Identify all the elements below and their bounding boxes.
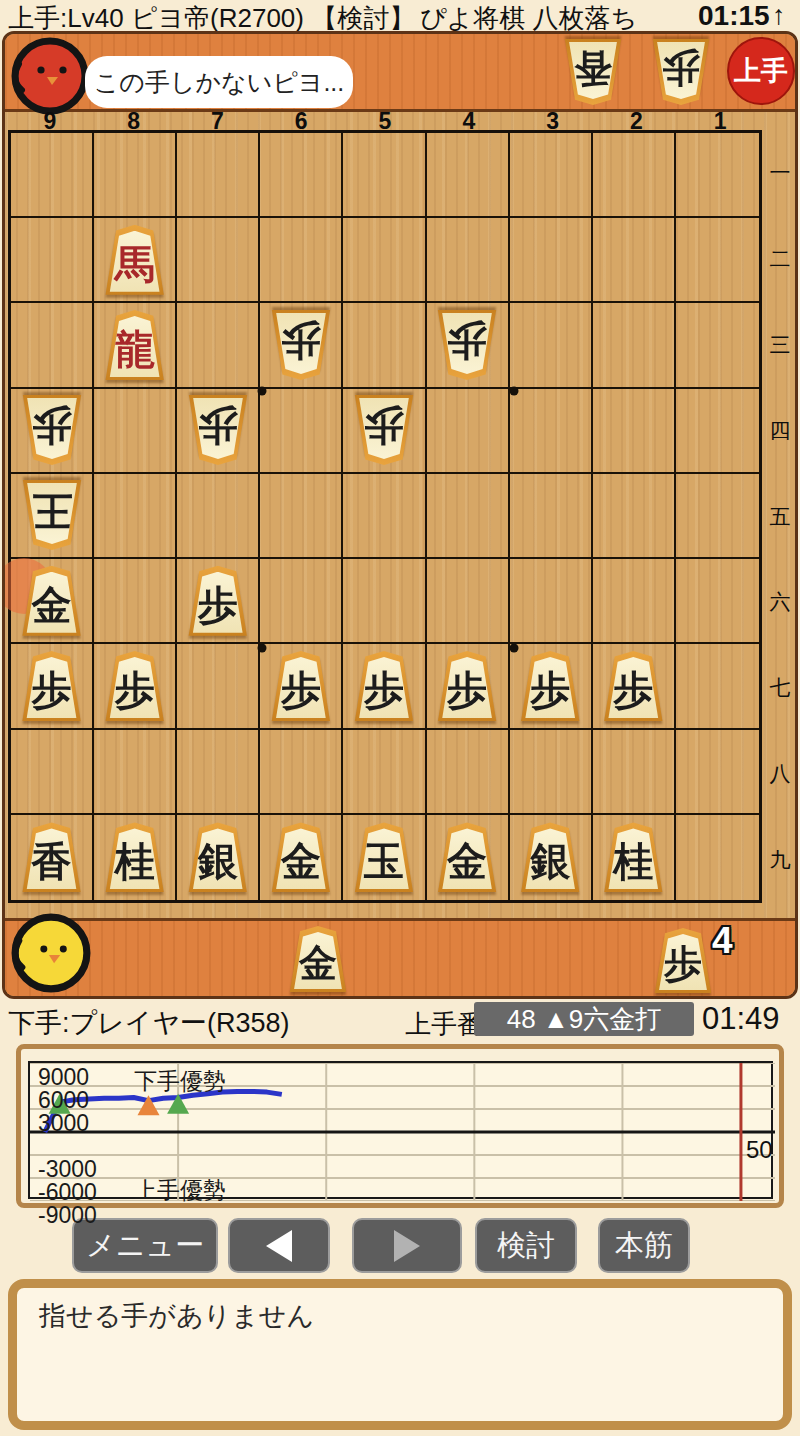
- square-13[interactable]: [676, 303, 759, 388]
- square-91[interactable]: [11, 133, 94, 218]
- square-86[interactable]: [94, 559, 177, 644]
- game-board-frame: 上手 この手しかないピヨ... 香 歩 987654321 一二三四五六七八九 …: [2, 31, 798, 999]
- left-arrow-icon: [266, 1230, 292, 1262]
- square-97[interactable]: 歩: [11, 644, 94, 729]
- lower-player-avatar[interactable]: [10, 912, 92, 994]
- piece-sente-金-49[interactable]: 金: [436, 822, 498, 892]
- square-92[interactable]: [11, 218, 94, 303]
- square-74[interactable]: 歩: [177, 389, 260, 474]
- last-move-box[interactable]: 48 ▲9六金打: [474, 1002, 694, 1036]
- eval-graph-frame: 下手優勢 上手優勢 50 900060003000-3000-6000-9000: [16, 1044, 784, 1208]
- piece-gote-王-95[interactable]: 王: [21, 480, 83, 550]
- rank-label-5: 五: [763, 474, 797, 560]
- file-label-3: 3: [511, 108, 595, 132]
- square-36[interactable]: [510, 559, 593, 644]
- file-label-8: 8: [92, 108, 176, 132]
- square-22[interactable]: [593, 218, 676, 303]
- upper-player-badge: 上手: [727, 37, 795, 105]
- square-89[interactable]: 桂: [94, 815, 177, 900]
- piece-glyph: 馬: [115, 245, 155, 292]
- piece-sente-銀-79[interactable]: 銀: [187, 822, 249, 892]
- square-71[interactable]: [177, 133, 260, 218]
- square-23[interactable]: [593, 303, 676, 388]
- lower-clock: 01:49: [702, 1001, 780, 1037]
- eval-graph-plot[interactable]: 下手優勢 上手優勢 50 900060003000-3000-6000-9000: [28, 1061, 773, 1199]
- square-43[interactable]: 歩: [427, 303, 510, 388]
- piece-glyph: 玉: [364, 842, 404, 889]
- piece-sente-金-69[interactable]: 金: [270, 822, 332, 892]
- mainline-button[interactable]: 本筋: [598, 1218, 690, 1273]
- piece-sente-歩-67[interactable]: 歩: [270, 651, 332, 721]
- piece-glyph: 歩: [281, 671, 321, 718]
- square-21[interactable]: [593, 133, 676, 218]
- square-52[interactable]: [343, 218, 426, 303]
- piece-gote-歩-63[interactable]: 歩: [270, 310, 332, 380]
- piece-glyph: 歩: [364, 671, 404, 718]
- piece-glyph: 龍: [115, 330, 155, 377]
- player-info: 下手:プレイヤー(R358): [8, 1005, 290, 1041]
- lower-hand-piece-pawn[interactable]: 歩: [653, 928, 713, 993]
- piece-glyph: 金: [281, 842, 321, 889]
- star-point: [509, 644, 518, 653]
- piece-sente-歩-97[interactable]: 歩: [21, 651, 83, 721]
- piece-glyph: 歩: [364, 398, 404, 445]
- header-bar: 上手:Lv40 ピヨ帝(R2700) 【検討】 ぴよ将棋 八枚落ち 01:15 …: [0, 0, 800, 31]
- square-54[interactable]: 歩: [343, 389, 426, 474]
- y-tick-3000: 3000: [38, 1110, 89, 1137]
- square-56[interactable]: [343, 559, 426, 644]
- square-72[interactable]: [177, 218, 260, 303]
- square-44[interactable]: [427, 389, 510, 474]
- square-17[interactable]: [676, 644, 759, 729]
- square-62[interactable]: [260, 218, 343, 303]
- square-65[interactable]: [260, 474, 343, 559]
- star-point: [258, 386, 267, 395]
- square-95[interactable]: 王: [11, 474, 94, 559]
- y-tick--9000: -9000: [38, 1202, 97, 1229]
- piece-glyph: 歩: [32, 398, 72, 445]
- piece-glyph: 歩: [447, 671, 487, 718]
- square-68[interactable]: [260, 730, 343, 815]
- file-label-7: 7: [176, 108, 260, 132]
- upper-hand-piece-pawn[interactable]: 歩: [651, 39, 711, 105]
- square-45[interactable]: [427, 474, 510, 559]
- square-87[interactable]: 歩: [94, 644, 177, 729]
- square-24[interactable]: [593, 389, 676, 474]
- lower-hand-piece-gold[interactable]: 金: [288, 926, 348, 992]
- square-84[interactable]: [94, 389, 177, 474]
- piece-glyph: 歩: [198, 586, 238, 633]
- square-66[interactable]: [260, 559, 343, 644]
- square-33[interactable]: [510, 303, 593, 388]
- square-26[interactable]: [593, 559, 676, 644]
- square-81[interactable]: [94, 133, 177, 218]
- square-46[interactable]: [427, 559, 510, 644]
- square-67[interactable]: 歩: [260, 644, 343, 729]
- piece-sente-銀-39[interactable]: 銀: [519, 822, 581, 892]
- square-57[interactable]: 歩: [343, 644, 426, 729]
- shogi-board: 馬龍歩歩歩歩歩王金歩歩歩歩歩歩歩歩香桂銀金玉金銀桂: [8, 130, 762, 903]
- piece-glyph: 香: [574, 42, 612, 87]
- rank-label-1: 一: [763, 130, 797, 216]
- square-82[interactable]: 馬: [94, 218, 177, 303]
- square-76[interactable]: 歩: [177, 559, 260, 644]
- piece-glyph: 王: [32, 483, 72, 530]
- square-58[interactable]: [343, 730, 426, 815]
- rank-label-2: 二: [763, 216, 797, 302]
- piece-sente-歩-37[interactable]: 歩: [519, 651, 581, 721]
- square-88[interactable]: [94, 730, 177, 815]
- square-61[interactable]: [260, 133, 343, 218]
- square-96[interactable]: 金: [11, 559, 94, 644]
- piece-glyph: 歩: [198, 398, 238, 445]
- right-arrow-icon: [394, 1230, 420, 1262]
- square-53[interactable]: [343, 303, 426, 388]
- upper-clock: 01:15: [698, 0, 770, 32]
- rank-label-9: 九: [763, 817, 797, 903]
- rank-label-4: 四: [763, 388, 797, 474]
- square-75[interactable]: [177, 474, 260, 559]
- speech-bubble: この手しかないピヨ...: [85, 56, 353, 108]
- piece-glyph: 銀: [530, 842, 570, 889]
- square-85[interactable]: [94, 474, 177, 559]
- piece-sente-歩-27[interactable]: 歩: [602, 651, 664, 721]
- file-label-9: 9: [8, 108, 92, 132]
- piece-glyph: 歩: [32, 671, 72, 718]
- rank-label-6: 六: [763, 559, 797, 645]
- square-27[interactable]: 歩: [593, 644, 676, 729]
- square-38[interactable]: [510, 730, 593, 815]
- square-47[interactable]: 歩: [427, 644, 510, 729]
- square-49[interactable]: 金: [427, 815, 510, 900]
- square-39[interactable]: 銀: [510, 815, 593, 900]
- message-text: 指せる手がありません: [39, 1298, 314, 1334]
- file-labels: 987654321: [8, 108, 762, 132]
- piece-sente-桂-29[interactable]: 桂: [602, 822, 664, 892]
- piece-glyph: 桂: [613, 842, 653, 889]
- square-19[interactable]: [676, 815, 759, 900]
- piece-sente-香-99[interactable]: 香: [21, 822, 83, 892]
- piece-glyph: 歩: [115, 671, 155, 718]
- control-bar: メニュー 検討 本筋: [0, 1218, 800, 1273]
- square-94[interactable]: 歩: [11, 389, 94, 474]
- rank-labels: 一二三四五六七八九: [763, 130, 797, 903]
- square-12[interactable]: [676, 218, 759, 303]
- piece-sente-龍-83[interactable]: 龍: [104, 310, 166, 380]
- square-55[interactable]: [343, 474, 426, 559]
- piece-glyph: 金: [32, 586, 72, 633]
- piece-glyph: 歩: [664, 945, 702, 990]
- square-31[interactable]: [510, 133, 593, 218]
- square-83[interactable]: 龍: [94, 303, 177, 388]
- upper-hand-piece-lance[interactable]: 香: [563, 39, 623, 105]
- file-label-2: 2: [594, 108, 678, 132]
- piece-glyph: 歩: [613, 671, 653, 718]
- piece-sente-歩-57[interactable]: 歩: [353, 651, 415, 721]
- status-bar: 下手:プレイヤー(R358) 上手番 48 ▲9六金打 01:49: [0, 999, 800, 1041]
- piece-glyph: 桂: [115, 842, 155, 889]
- square-25[interactable]: [593, 474, 676, 559]
- piece-sente-玉-59[interactable]: 玉: [353, 822, 415, 892]
- back-button[interactable]: [228, 1218, 330, 1273]
- square-28[interactable]: [593, 730, 676, 815]
- square-18[interactable]: [676, 730, 759, 815]
- square-69[interactable]: 金: [260, 815, 343, 900]
- forward-button[interactable]: [352, 1218, 462, 1273]
- square-16[interactable]: [676, 559, 759, 644]
- piece-sente-歩-87[interactable]: 歩: [104, 651, 166, 721]
- advantage-label-lower: 下手優勢: [134, 1066, 226, 1097]
- piece-glyph: 歩: [662, 42, 700, 87]
- piece-gote-歩-74[interactable]: 歩: [187, 395, 249, 465]
- advantage-label-upper: 上手優勢: [134, 1175, 226, 1206]
- piece-gote-歩-43[interactable]: 歩: [436, 310, 498, 380]
- piece-glyph: 金: [447, 842, 487, 889]
- square-37[interactable]: 歩: [510, 644, 593, 729]
- square-14[interactable]: [676, 389, 759, 474]
- square-48[interactable]: [427, 730, 510, 815]
- rank-label-7: 七: [763, 645, 797, 731]
- square-64[interactable]: [260, 389, 343, 474]
- piece-sente-馬-82[interactable]: 馬: [104, 225, 166, 295]
- square-98[interactable]: [11, 730, 94, 815]
- pawn-count: 4: [712, 920, 733, 962]
- piece-sente-金-96[interactable]: 金: [21, 566, 83, 636]
- rank-label-3: 三: [763, 302, 797, 388]
- square-34[interactable]: [510, 389, 593, 474]
- square-99[interactable]: 香: [11, 815, 94, 900]
- square-63[interactable]: 歩: [260, 303, 343, 388]
- file-label-4: 4: [427, 108, 511, 132]
- piece-sente-桂-89[interactable]: 桂: [104, 822, 166, 892]
- file-label-5: 5: [343, 108, 427, 132]
- square-11[interactable]: [676, 133, 759, 218]
- square-15[interactable]: [676, 474, 759, 559]
- piece-gote-歩-94[interactable]: 歩: [21, 395, 83, 465]
- piece-gote-歩-54[interactable]: 歩: [353, 395, 415, 465]
- square-77[interactable]: [177, 644, 260, 729]
- square-41[interactable]: [427, 133, 510, 218]
- piece-glyph: 香: [32, 842, 72, 889]
- square-93[interactable]: [11, 303, 94, 388]
- star-point: [258, 644, 267, 653]
- piece-glyph: 歩: [281, 313, 321, 360]
- star-point: [509, 386, 518, 395]
- upper-player-avatar[interactable]: [10, 36, 90, 116]
- square-29[interactable]: 桂: [593, 815, 676, 900]
- square-51[interactable]: [343, 133, 426, 218]
- square-42[interactable]: [427, 218, 510, 303]
- rank-label-8: 八: [763, 731, 797, 817]
- piece-glyph: 金: [299, 944, 337, 989]
- square-79[interactable]: 銀: [177, 815, 260, 900]
- square-59[interactable]: 玉: [343, 815, 426, 900]
- piece-sente-歩-76[interactable]: 歩: [187, 566, 249, 636]
- square-35[interactable]: [510, 474, 593, 559]
- study-button[interactable]: 検討: [475, 1218, 577, 1273]
- piece-glyph: 銀: [198, 842, 238, 889]
- message-box: 指せる手がありません: [8, 1279, 792, 1430]
- file-label-6: 6: [259, 108, 343, 132]
- turn-indicator: 上手番: [405, 1007, 483, 1042]
- square-78[interactable]: [177, 730, 260, 815]
- piece-glyph: 歩: [530, 671, 570, 718]
- square-32[interactable]: [510, 218, 593, 303]
- x-max-label: 50: [746, 1136, 773, 1164]
- piece-sente-歩-47[interactable]: 歩: [436, 651, 498, 721]
- square-73[interactable]: [177, 303, 260, 388]
- up-arrow-icon[interactable]: ↑: [772, 0, 786, 31]
- file-label-1: 1: [678, 108, 762, 132]
- piece-glyph: 歩: [447, 313, 487, 360]
